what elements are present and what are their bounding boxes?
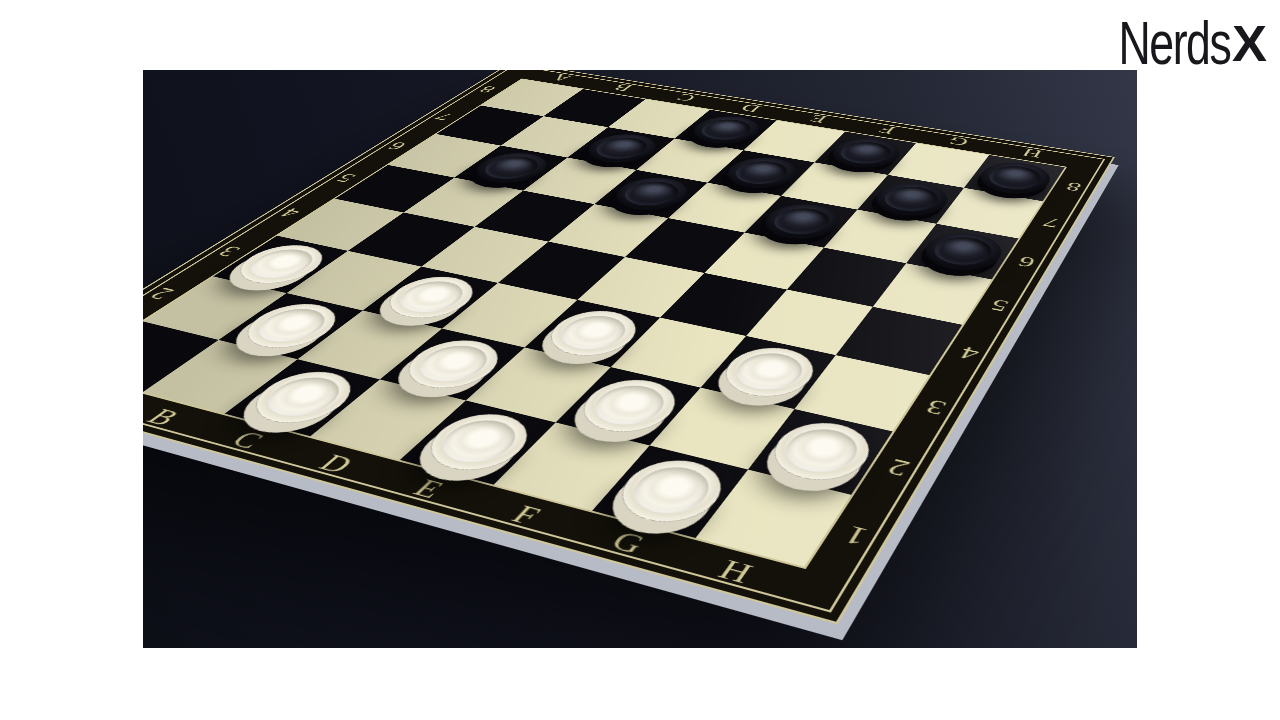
checkers-board: AABBCCDDEEFFGGHH1122334455667788 — [143, 70, 1115, 624]
logo-text-thin: Nerds — [1119, 14, 1231, 72]
logo-text-bold: X — [1232, 16, 1266, 72]
page: { "game": "checkers (draughts), photogra… — [0, 0, 1280, 720]
nerdsx-logo: Nerds X — [1075, 10, 1264, 72]
board-photo: AABBCCDDEEFFGGHH1122334455667788 — [143, 70, 1137, 648]
board-scene: AABBCCDDEEFFGGHH1122334455667788 — [143, 70, 1137, 648]
